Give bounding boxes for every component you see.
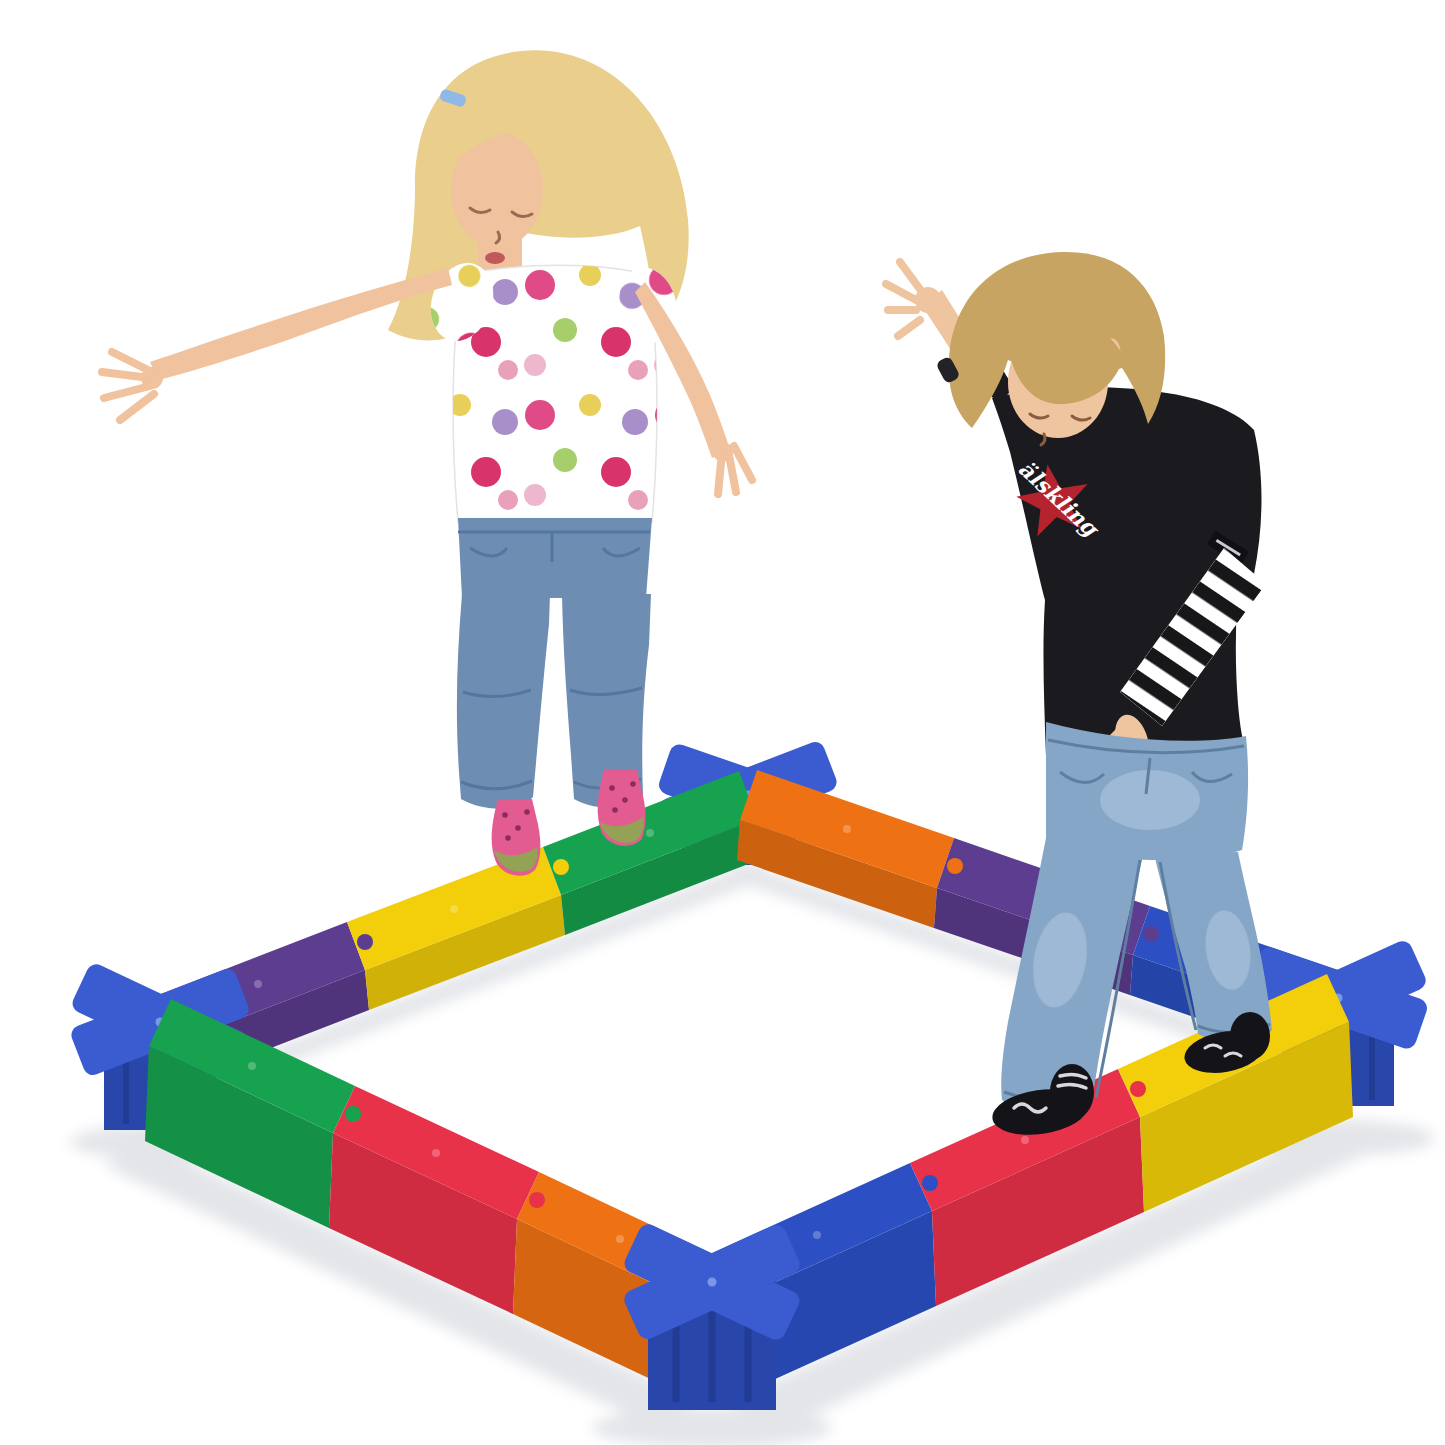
girl-left-sock — [492, 799, 541, 876]
jigsaw-tab — [947, 858, 963, 874]
jigsaw-tab — [553, 859, 569, 875]
jigsaw-tab — [1143, 926, 1159, 942]
jigsaw-tab — [345, 1106, 361, 1122]
girl-mouth — [485, 252, 505, 264]
boy-raised-hand — [886, 262, 941, 336]
jigsaw-tab — [922, 1175, 938, 1191]
jigsaw-tab — [1130, 1081, 1146, 1097]
post-screw-dot — [708, 1278, 717, 1287]
girl-jeans — [457, 518, 652, 809]
girl-right-hand — [713, 442, 752, 494]
product-photo-scene: älskling — [0, 0, 1445, 1445]
corner-post-front — [621, 1221, 803, 1410]
jigsaw-tab — [357, 934, 373, 950]
girl-figure — [102, 50, 752, 876]
jigsaw-tab — [529, 1192, 545, 1208]
girl-right-sock — [598, 770, 646, 846]
boy-figure: älskling — [886, 252, 1272, 1141]
